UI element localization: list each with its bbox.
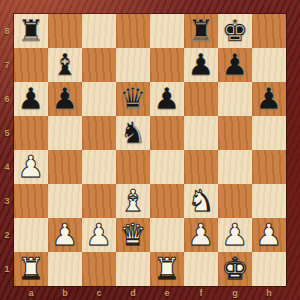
square-h5[interactable] xyxy=(252,116,286,150)
square-c6[interactable] xyxy=(82,82,116,116)
square-b2[interactable]: ♟ xyxy=(48,218,82,252)
square-g7[interactable]: ♟ xyxy=(218,48,252,82)
square-e8[interactable] xyxy=(150,14,184,48)
file-label-c: c xyxy=(82,286,116,300)
square-g2[interactable]: ♟ xyxy=(218,218,252,252)
rank-label-1: 1 xyxy=(0,252,14,286)
square-f2[interactable]: ♟ xyxy=(184,218,218,252)
square-f7[interactable]: ♟ xyxy=(184,48,218,82)
black-pawn[interactable]: ♟ xyxy=(222,48,249,82)
white-knight[interactable]: ♞ xyxy=(188,184,215,218)
black-pawn[interactable]: ♟ xyxy=(256,82,283,116)
square-d8[interactable] xyxy=(116,14,150,48)
square-b3[interactable] xyxy=(48,184,82,218)
rank-label-8: 8 xyxy=(0,14,14,48)
file-label-f: f xyxy=(184,286,218,300)
file-label-a: a xyxy=(14,286,48,300)
black-rook[interactable]: ♜ xyxy=(188,14,215,48)
white-rook[interactable]: ♜ xyxy=(154,252,181,286)
square-f4[interactable] xyxy=(184,150,218,184)
square-c1[interactable] xyxy=(82,252,116,286)
rank-label-5: 5 xyxy=(0,116,14,150)
black-queen[interactable]: ♛ xyxy=(120,82,147,116)
square-a3[interactable] xyxy=(14,184,48,218)
square-h6[interactable]: ♟ xyxy=(252,82,286,116)
black-bishop[interactable]: ♝ xyxy=(52,48,79,82)
square-c5[interactable] xyxy=(82,116,116,150)
square-b4[interactable] xyxy=(48,150,82,184)
square-h8[interactable] xyxy=(252,14,286,48)
white-rook[interactable]: ♜ xyxy=(18,252,45,286)
square-a6[interactable]: ♟ xyxy=(14,82,48,116)
square-b8[interactable] xyxy=(48,14,82,48)
white-queen[interactable]: ♛ xyxy=(120,218,147,252)
white-bishop[interactable]: ♝ xyxy=(120,184,147,218)
square-b1[interactable] xyxy=(48,252,82,286)
white-pawn[interactable]: ♟ xyxy=(86,218,113,252)
rank-label-3: 3 xyxy=(0,184,14,218)
square-d3[interactable]: ♝ xyxy=(116,184,150,218)
black-pawn[interactable]: ♟ xyxy=(188,48,215,82)
black-pawn[interactable]: ♟ xyxy=(52,82,79,116)
square-a8[interactable]: ♜ xyxy=(14,14,48,48)
square-f6[interactable] xyxy=(184,82,218,116)
square-g5[interactable] xyxy=(218,116,252,150)
square-h4[interactable] xyxy=(252,150,286,184)
square-h7[interactable] xyxy=(252,48,286,82)
chess-diagram: 87654321 ♜♜♚♝♟♟♟♟♛♟♟♞♟♝♞♟♟♛♟♟♟♜♜♚ abcdef… xyxy=(0,0,300,300)
white-king[interactable]: ♚ xyxy=(222,252,249,286)
square-c2[interactable]: ♟ xyxy=(82,218,116,252)
black-rook[interactable]: ♜ xyxy=(18,14,45,48)
chess-board[interactable]: ♜♜♚♝♟♟♟♟♛♟♟♞♟♝♞♟♟♛♟♟♟♜♜♚ xyxy=(14,14,286,286)
square-f5[interactable] xyxy=(184,116,218,150)
square-f8[interactable]: ♜ xyxy=(184,14,218,48)
black-knight[interactable]: ♞ xyxy=(120,116,147,150)
white-pawn[interactable]: ♟ xyxy=(256,218,283,252)
rank-label-4: 4 xyxy=(0,150,14,184)
rank-label-7: 7 xyxy=(0,48,14,82)
square-g1[interactable]: ♚ xyxy=(218,252,252,286)
square-b5[interactable] xyxy=(48,116,82,150)
square-g4[interactable] xyxy=(218,150,252,184)
square-f1[interactable] xyxy=(184,252,218,286)
file-label-g: g xyxy=(218,286,252,300)
square-e4[interactable] xyxy=(150,150,184,184)
white-pawn[interactable]: ♟ xyxy=(52,218,79,252)
white-pawn[interactable]: ♟ xyxy=(222,218,249,252)
square-a7[interactable] xyxy=(14,48,48,82)
square-d2[interactable]: ♛ xyxy=(116,218,150,252)
square-a1[interactable]: ♜ xyxy=(14,252,48,286)
square-e3[interactable] xyxy=(150,184,184,218)
square-d7[interactable] xyxy=(116,48,150,82)
square-e1[interactable]: ♜ xyxy=(150,252,184,286)
square-e7[interactable] xyxy=(150,48,184,82)
square-h1[interactable] xyxy=(252,252,286,286)
rank-label-6: 6 xyxy=(0,82,14,116)
file-labels: abcdefgh xyxy=(14,286,286,300)
file-label-d: d xyxy=(116,286,150,300)
black-pawn[interactable]: ♟ xyxy=(18,82,45,116)
square-b6[interactable]: ♟ xyxy=(48,82,82,116)
square-d6[interactable]: ♛ xyxy=(116,82,150,116)
white-pawn[interactable]: ♟ xyxy=(188,218,215,252)
square-a5[interactable] xyxy=(14,116,48,150)
square-g6[interactable] xyxy=(218,82,252,116)
square-h2[interactable]: ♟ xyxy=(252,218,286,252)
square-d5[interactable]: ♞ xyxy=(116,116,150,150)
square-e2[interactable] xyxy=(150,218,184,252)
rank-label-2: 2 xyxy=(0,218,14,252)
square-e5[interactable] xyxy=(150,116,184,150)
white-pawn[interactable]: ♟ xyxy=(18,150,45,184)
square-c8[interactable] xyxy=(82,14,116,48)
rank-labels: 87654321 xyxy=(0,14,14,286)
square-c7[interactable] xyxy=(82,48,116,82)
black-king[interactable]: ♚ xyxy=(222,14,249,48)
file-label-e: e xyxy=(150,286,184,300)
square-a4[interactable]: ♟ xyxy=(14,150,48,184)
square-d4[interactable] xyxy=(116,150,150,184)
square-d1[interactable] xyxy=(116,252,150,286)
square-e6[interactable]: ♟ xyxy=(150,82,184,116)
square-a2[interactable] xyxy=(14,218,48,252)
square-c4[interactable] xyxy=(82,150,116,184)
square-g8[interactable]: ♚ xyxy=(218,14,252,48)
square-g3[interactable] xyxy=(218,184,252,218)
square-h3[interactable] xyxy=(252,184,286,218)
black-pawn[interactable]: ♟ xyxy=(154,82,181,116)
square-c3[interactable] xyxy=(82,184,116,218)
square-b7[interactable]: ♝ xyxy=(48,48,82,82)
square-f3[interactable]: ♞ xyxy=(184,184,218,218)
file-label-h: h xyxy=(252,286,286,300)
file-label-b: b xyxy=(48,286,82,300)
